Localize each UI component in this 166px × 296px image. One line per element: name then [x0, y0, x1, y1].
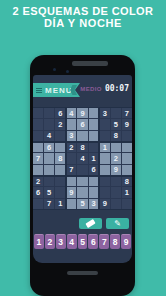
cell-r8c9[interactable]: 1 — [122, 187, 132, 197]
pencil-icon: ✎ — [114, 220, 121, 228]
cell-r8c3[interactable] — [55, 187, 65, 197]
cell-r1c2[interactable] — [44, 108, 54, 118]
cell-r8c6[interactable] — [89, 187, 99, 197]
cell-r3c4[interactable]: 3 — [66, 131, 76, 141]
cell-r3c3[interactable] — [55, 131, 65, 141]
cell-r4c1[interactable] — [33, 142, 43, 152]
numpad-9[interactable]: 9 — [121, 234, 131, 249]
cell-r1c4[interactable]: 4 — [66, 108, 76, 118]
cell-r2c1[interactable] — [33, 119, 43, 129]
cell-r9c3[interactable]: 1 — [55, 199, 65, 209]
cell-r2c2[interactable] — [44, 119, 54, 129]
cell-r1c5[interactable]: 9 — [77, 108, 87, 118]
cell-r5c4[interactable] — [66, 153, 76, 163]
cell-r6c6[interactable]: 6 — [89, 165, 99, 175]
status-area: MEDIO 00:07 — [80, 84, 129, 93]
cell-r9c8[interactable] — [111, 199, 121, 209]
cell-r9c5[interactable]: 5 — [77, 199, 87, 209]
cell-r2c5[interactable]: 6 — [77, 119, 87, 129]
earpiece-speaker — [72, 61, 108, 66]
cell-r4c7[interactable]: 1 — [100, 142, 110, 152]
sudoku-board: 64937265943862817841276928659171539 — [33, 107, 132, 210]
cell-r3c6[interactable] — [89, 131, 99, 141]
cell-r4c8[interactable] — [111, 142, 121, 152]
numpad-2[interactable]: 2 — [45, 234, 55, 249]
cell-r5c3[interactable]: 8 — [55, 153, 65, 163]
numpad-1[interactable]: 1 — [34, 234, 44, 249]
cell-r5c2[interactable] — [44, 153, 54, 163]
cell-r2c8[interactable]: 5 — [111, 119, 121, 129]
cell-r9c2[interactable]: 7 — [44, 199, 54, 209]
cell-r7c5[interactable] — [77, 176, 87, 186]
phone-mockup: MENU MEDIO 00:07 64937265943862817841276… — [30, 55, 135, 296]
cell-r3c9[interactable] — [122, 131, 132, 141]
cell-r7c2[interactable] — [44, 176, 54, 186]
cell-r1c1[interactable] — [33, 108, 43, 118]
cell-r6c7[interactable] — [100, 165, 110, 175]
cell-r3c7[interactable] — [100, 131, 110, 141]
difficulty-badge: MEDIO — [80, 86, 102, 92]
cell-r8c5[interactable] — [77, 187, 87, 197]
cell-r9c1[interactable] — [33, 199, 43, 209]
hamburger-icon — [36, 88, 42, 93]
cell-r3c2[interactable]: 4 — [44, 131, 54, 141]
eraser-button[interactable] — [79, 218, 102, 229]
numpad-3[interactable]: 3 — [56, 234, 66, 249]
cell-r5c8[interactable]: 2 — [111, 153, 121, 163]
cell-r4c2[interactable]: 6 — [44, 142, 54, 152]
cell-r8c1[interactable]: 6 — [33, 187, 43, 197]
cell-r1c8[interactable] — [111, 108, 121, 118]
cell-r6c4[interactable]: 7 — [66, 165, 76, 175]
cell-r5c7[interactable] — [100, 153, 110, 163]
cell-r5c9[interactable] — [122, 153, 132, 163]
cell-r8c4[interactable]: 9 — [66, 187, 76, 197]
cell-r8c2[interactable]: 5 — [44, 187, 54, 197]
app-screen: MENU MEDIO 00:07 64937265943862817841276… — [33, 75, 132, 263]
cell-r2c7[interactable] — [100, 119, 110, 129]
cell-r1c9[interactable]: 7 — [122, 108, 132, 118]
front-camera-icon — [53, 68, 56, 71]
game-timer: 00:07 — [105, 84, 129, 93]
cell-r6c8[interactable]: 9 — [111, 165, 121, 175]
cell-r4c6[interactable] — [89, 142, 99, 152]
cell-r7c9[interactable]: 8 — [122, 176, 132, 186]
cell-r6c2[interactable] — [44, 165, 54, 175]
pencil-button[interactable]: ✎ — [106, 218, 129, 229]
cell-r4c4[interactable]: 2 — [66, 142, 76, 152]
cell-r2c3[interactable]: 2 — [55, 119, 65, 129]
cell-r2c9[interactable]: 9 — [122, 119, 132, 129]
number-pad: 123456789 — [34, 234, 131, 249]
eraser-icon — [85, 219, 95, 228]
cell-r4c3[interactable] — [55, 142, 65, 152]
cell-r6c1[interactable] — [33, 165, 43, 175]
cell-r9c6[interactable]: 3 — [89, 199, 99, 209]
numpad-7[interactable]: 7 — [99, 234, 109, 249]
menu-button[interactable]: MENU — [33, 83, 80, 97]
numpad-6[interactable]: 6 — [88, 234, 98, 249]
promo-title-line1: 2 ESQUEMAS DE COLOR — [0, 5, 166, 17]
cell-r3c5[interactable] — [77, 131, 87, 141]
bottom-speaker — [67, 271, 98, 275]
cell-r9c4[interactable] — [66, 199, 76, 209]
cell-r6c9[interactable] — [122, 165, 132, 175]
promo-title-line2: DÍA Y NOCHE — [0, 17, 166, 29]
cell-r8c7[interactable] — [100, 187, 110, 197]
toolbar: ✎ — [79, 218, 129, 229]
cell-r6c3[interactable] — [55, 165, 65, 175]
cell-r7c8[interactable] — [111, 176, 121, 186]
numpad-8[interactable]: 8 — [110, 234, 120, 249]
cell-r5c5[interactable]: 4 — [77, 153, 87, 163]
cell-r2c6[interactable] — [89, 119, 99, 129]
cell-r1c3[interactable]: 6 — [55, 108, 65, 118]
cell-r7c1[interactable]: 2 — [33, 176, 43, 186]
cell-r3c8[interactable]: 8 — [111, 131, 121, 141]
menu-button-label: MENU — [45, 86, 73, 95]
cell-r4c9[interactable] — [122, 142, 132, 152]
cell-r7c4[interactable] — [66, 176, 76, 186]
numpad-5[interactable]: 5 — [78, 234, 88, 249]
cell-r4c5[interactable]: 8 — [77, 142, 87, 152]
cell-r5c1[interactable]: 7 — [33, 153, 43, 163]
cell-r7c3[interactable] — [55, 176, 65, 186]
cell-r9c9[interactable] — [122, 199, 132, 209]
cell-r2c4[interactable] — [66, 119, 76, 129]
cell-r7c6[interactable] — [89, 176, 99, 186]
cell-r5c6[interactable]: 1 — [89, 153, 99, 163]
cell-r1c6[interactable] — [89, 108, 99, 118]
cell-r3c1[interactable] — [33, 131, 43, 141]
sensor-dot-icon — [66, 70, 69, 73]
cell-r8c8[interactable] — [111, 187, 121, 197]
cell-r6c5[interactable] — [77, 165, 87, 175]
cell-r7c7[interactable] — [100, 176, 110, 186]
numpad-4[interactable]: 4 — [67, 234, 77, 249]
cell-r9c7[interactable]: 9 — [100, 199, 110, 209]
cell-r1c7[interactable]: 3 — [100, 108, 110, 118]
promo-header: 2 ESQUEMAS DE COLOR DÍA Y NOCHE — [0, 5, 166, 29]
